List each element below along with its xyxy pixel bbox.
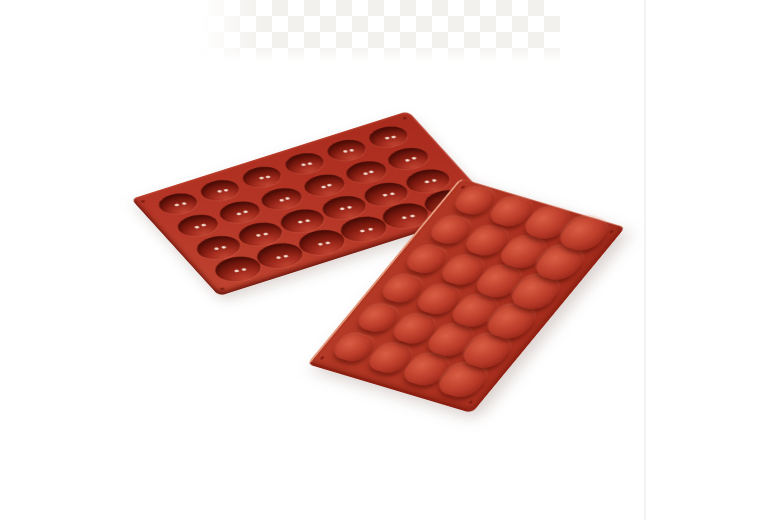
corner-hole bbox=[319, 356, 324, 360]
product-photo bbox=[0, 0, 764, 520]
mold-photo-group bbox=[0, 0, 764, 520]
corner-hole bbox=[219, 287, 225, 290]
corner-hole bbox=[402, 117, 408, 120]
corner-hole bbox=[609, 230, 614, 234]
corner-hole bbox=[140, 200, 146, 203]
corner-hole bbox=[468, 400, 473, 404]
